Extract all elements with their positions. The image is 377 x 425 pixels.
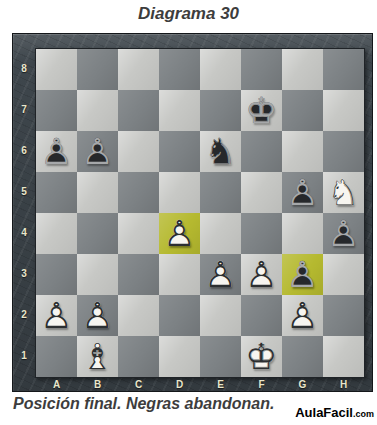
diagram-title: Diagrama 30 — [0, 4, 377, 24]
rank-label-7: 7 — [13, 89, 35, 130]
square-c7 — [118, 90, 159, 131]
square-e7 — [200, 90, 241, 131]
rank-label-2: 2 — [13, 294, 35, 335]
rank-label-1: 1 — [13, 335, 35, 376]
square-f8 — [241, 49, 282, 90]
square-f1: ♚♔ — [241, 336, 282, 377]
square-b2: ♟♙ — [77, 295, 118, 336]
square-g1 — [282, 336, 323, 377]
file-label-d: D — [159, 378, 200, 393]
piece-white-pawn: ♟♙ — [241, 254, 282, 295]
square-a1 — [36, 336, 77, 377]
square-f2 — [241, 295, 282, 336]
piece-white-pawn: ♟♙ — [77, 295, 118, 336]
file-label-c: C — [118, 378, 159, 393]
square-c2 — [118, 295, 159, 336]
chessboard-frame: 87654321 ♚♔♟♙♟♙♞♘♟♙♞♘♟♙♟♙♟♙♟♙♟♙♟♙♟♙♟♙♝♗♚… — [12, 33, 373, 392]
square-c5 — [118, 172, 159, 213]
square-a8 — [36, 49, 77, 90]
square-g7 — [282, 90, 323, 131]
square-c6 — [118, 131, 159, 172]
square-h8 — [323, 49, 364, 90]
piece-white-bishop: ♝♗ — [77, 336, 118, 377]
square-e3: ♟♙ — [200, 254, 241, 295]
piece-black-pawn: ♟♙ — [282, 254, 323, 295]
piece-black-pawn: ♟♙ — [282, 172, 323, 213]
piece-white-pawn: ♟♙ — [159, 213, 200, 254]
square-b6: ♟♙ — [77, 131, 118, 172]
rank-labels: 87654321 — [13, 48, 35, 376]
rank-label-5: 5 — [13, 171, 35, 212]
file-label-e: E — [200, 378, 241, 393]
rank-label-6: 6 — [13, 130, 35, 171]
square-h2 — [323, 295, 364, 336]
file-labels: ABCDEFGH — [36, 378, 364, 393]
file-label-a: A — [36, 378, 77, 393]
square-d2 — [159, 295, 200, 336]
piece-black-pawn: ♟♙ — [77, 131, 118, 172]
square-f5 — [241, 172, 282, 213]
piece-white-knight: ♞♘ — [323, 172, 364, 213]
square-d6 — [159, 131, 200, 172]
square-g8 — [282, 49, 323, 90]
rank-label-4: 4 — [13, 212, 35, 253]
square-a2: ♟♙ — [36, 295, 77, 336]
square-f6 — [241, 131, 282, 172]
square-b3 — [77, 254, 118, 295]
square-d5 — [159, 172, 200, 213]
piece-white-pawn: ♟♙ — [200, 254, 241, 295]
square-c8 — [118, 49, 159, 90]
square-f3: ♟♙ — [241, 254, 282, 295]
square-e2 — [200, 295, 241, 336]
square-d8 — [159, 49, 200, 90]
square-c1 — [118, 336, 159, 377]
square-e6: ♞♘ — [200, 131, 241, 172]
square-d4: ♟♙ — [159, 213, 200, 254]
square-h6 — [323, 131, 364, 172]
square-g6 — [282, 131, 323, 172]
rank-label-3: 3 — [13, 253, 35, 294]
square-a6: ♟♙ — [36, 131, 77, 172]
square-g4 — [282, 213, 323, 254]
square-f4 — [241, 213, 282, 254]
square-a4 — [36, 213, 77, 254]
square-b1: ♝♗ — [77, 336, 118, 377]
square-e1 — [200, 336, 241, 377]
brand-logo: AulaFacil.com — [295, 403, 374, 421]
brand-name: AulaFacil — [295, 405, 353, 420]
piece-white-pawn: ♟♙ — [282, 295, 323, 336]
file-label-b: B — [77, 378, 118, 393]
diagram-caption: Posición final. Negras abandonan. — [13, 395, 274, 413]
square-e5 — [200, 172, 241, 213]
square-c4 — [118, 213, 159, 254]
square-e4 — [200, 213, 241, 254]
piece-white-king: ♚♔ — [241, 336, 282, 377]
square-a3 — [36, 254, 77, 295]
piece-white-pawn: ♟♙ — [36, 295, 77, 336]
file-label-h: H — [323, 378, 364, 393]
square-b5 — [77, 172, 118, 213]
square-b8 — [77, 49, 118, 90]
piece-black-king: ♚♔ — [241, 90, 282, 131]
square-a5 — [36, 172, 77, 213]
square-d7 — [159, 90, 200, 131]
square-h4: ♟♙ — [323, 213, 364, 254]
square-g5: ♟♙ — [282, 172, 323, 213]
square-b7 — [77, 90, 118, 131]
piece-black-pawn: ♟♙ — [323, 213, 364, 254]
square-h3 — [323, 254, 364, 295]
square-h1 — [323, 336, 364, 377]
square-g3: ♟♙ — [282, 254, 323, 295]
square-e8 — [200, 49, 241, 90]
brand-suffix: .com — [353, 409, 374, 419]
rank-label-8: 8 — [13, 48, 35, 89]
file-label-g: G — [282, 378, 323, 393]
square-g2: ♟♙ — [282, 295, 323, 336]
piece-black-knight: ♞♘ — [200, 131, 241, 172]
square-b4 — [77, 213, 118, 254]
square-c3 — [118, 254, 159, 295]
chessboard: ♚♔♟♙♟♙♞♘♟♙♞♘♟♙♟♙♟♙♟♙♟♙♟♙♟♙♟♙♝♗♚♔ — [35, 48, 365, 378]
square-d3 — [159, 254, 200, 295]
piece-black-pawn: ♟♙ — [36, 131, 77, 172]
file-label-f: F — [241, 378, 282, 393]
square-f7: ♚♔ — [241, 90, 282, 131]
square-h7 — [323, 90, 364, 131]
square-h5: ♞♘ — [323, 172, 364, 213]
square-d1 — [159, 336, 200, 377]
square-a7 — [36, 90, 77, 131]
